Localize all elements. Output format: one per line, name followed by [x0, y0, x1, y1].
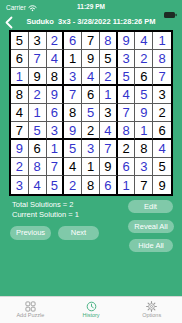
sudoku-cell-r5c6[interactable]: 3 [100, 104, 118, 122]
sudoku-cell-r1c9[interactable]: 1 [153, 32, 171, 50]
sudoku-cell-r2c7[interactable]: 3 [118, 50, 136, 68]
sudoku-cell-r5c1[interactable]: 4 [11, 104, 29, 122]
total-solutions-text: Total Solutions = 2 [12, 200, 74, 209]
sudoku-cell-r2c5[interactable]: 9 [82, 50, 100, 68]
status-time: 11:29 PM [0, 0, 182, 14]
sudoku-cell-r3c5[interactable]: 4 [82, 68, 100, 86]
sudoku-cell-r6c7[interactable]: 8 [118, 122, 136, 140]
edit-button[interactable]: Edit [128, 200, 173, 213]
previous-button[interactable]: Previous [10, 226, 51, 240]
tab-history-label: History [82, 313, 99, 319]
sudoku-cell-r2c9[interactable]: 8 [153, 50, 171, 68]
sudoku-cell-r9c1[interactable]: 3 [11, 176, 29, 194]
sudoku-cell-r6c2[interactable]: 5 [29, 122, 47, 140]
add-puzzle-icon [25, 301, 36, 312]
sudoku-cell-r7c6[interactable]: 7 [100, 140, 118, 158]
sudoku-cell-r2c6[interactable]: 5 [100, 50, 118, 68]
sudoku-cell-r4c6[interactable]: 1 [100, 86, 118, 104]
sudoku-cell-r8c9[interactable]: 5 [153, 158, 171, 176]
sudoku-cell-r8c4[interactable]: 4 [64, 158, 82, 176]
status-bar: Carrier 11:29 PM [0, 0, 182, 14]
sudoku-cell-r9c6[interactable]: 6 [100, 176, 118, 194]
sudoku-cell-r5c2[interactable]: 1 [29, 104, 47, 122]
sudoku-cell-r8c1[interactable]: 2 [11, 158, 29, 176]
sudoku-cell-r8c2[interactable]: 8 [29, 158, 47, 176]
sudoku-cell-r2c3[interactable]: 4 [47, 50, 65, 68]
history-clock-icon [86, 301, 97, 312]
sudoku-cell-r4c7[interactable]: 4 [118, 86, 136, 104]
sudoku-cell-r3c7[interactable]: 5 [118, 68, 136, 86]
sudoku-cell-r1c5[interactable]: 7 [82, 32, 100, 50]
app-screen: Carrier 11:29 PM [0, 0, 182, 323]
sudoku-cell-r4c3[interactable]: 9 [47, 86, 65, 104]
sudoku-cell-r5c8[interactable]: 9 [135, 104, 153, 122]
sudoku-cell-r3c1[interactable]: 1 [11, 68, 29, 86]
sudoku-cell-r5c5[interactable]: 5 [82, 104, 100, 122]
sudoku-cell-r5c7[interactable]: 7 [118, 104, 136, 122]
sudoku-cell-r3c8[interactable]: 6 [135, 68, 153, 86]
sudoku-cell-r9c7[interactable]: 1 [118, 176, 136, 194]
sudoku-cell-r8c8[interactable]: 3 [135, 158, 153, 176]
sudoku-cell-r6c1[interactable]: 7 [11, 122, 29, 140]
sudoku-cell-r9c4[interactable]: 2 [64, 176, 82, 194]
sudoku-cell-r3c9[interactable]: 7 [153, 68, 171, 86]
sudoku-cell-r3c6[interactable]: 2 [100, 68, 118, 86]
sudoku-cell-r7c3[interactable]: 1 [47, 140, 65, 158]
sudoku-cell-r7c7[interactable]: 2 [118, 140, 136, 158]
sudoku-cell-r6c9[interactable]: 6 [153, 122, 171, 140]
sudoku-cell-r2c4[interactable]: 1 [64, 50, 82, 68]
sudoku-cell-r4c8[interactable]: 5 [135, 86, 153, 104]
sudoku-cell-r5c4[interactable]: 8 [64, 104, 82, 122]
sudoku-cell-r2c1[interactable]: 6 [11, 50, 29, 68]
tab-bar: Add Puzzle History [0, 296, 182, 323]
sudoku-cell-r7c1[interactable]: 9 [11, 140, 29, 158]
page-title: Suduko 3x3 - 3/28/2022 11:28:26 PM [0, 14, 182, 30]
sudoku-cell-r8c6[interactable]: 9 [100, 158, 118, 176]
tab-add-puzzle[interactable]: Add Puzzle [0, 297, 61, 323]
sudoku-cell-r1c3[interactable]: 2 [47, 32, 65, 50]
sudoku-cell-r9c3[interactable]: 5 [47, 176, 65, 194]
sudoku-cell-r7c9[interactable]: 4 [153, 140, 171, 158]
reveal-all-button[interactable]: Reveal All [128, 220, 174, 233]
sudoku-cell-r1c2[interactable]: 3 [29, 32, 47, 50]
tab-options[interactable]: Options [121, 297, 182, 323]
sudoku-cell-r2c8[interactable]: 2 [135, 50, 153, 68]
sudoku-cell-r5c9[interactable]: 2 [153, 104, 171, 122]
sudoku-cell-r4c2[interactable]: 2 [29, 86, 47, 104]
sudoku-cell-r2c2[interactable]: 7 [29, 50, 47, 68]
sudoku-cell-r9c2[interactable]: 4 [29, 176, 47, 194]
back-button[interactable] [4, 16, 14, 29]
sudoku-cell-r4c5[interactable]: 6 [82, 86, 100, 104]
next-button[interactable]: Next [58, 226, 99, 240]
sudoku-cell-r6c5[interactable]: 2 [82, 122, 100, 140]
tab-options-label: Options [142, 313, 161, 319]
sudoku-cell-r3c3[interactable]: 8 [47, 68, 65, 86]
sudoku-cell-r8c7[interactable]: 6 [118, 158, 136, 176]
sudoku-cell-r9c8[interactable]: 7 [135, 176, 153, 194]
sudoku-cell-r7c4[interactable]: 5 [64, 140, 82, 158]
sudoku-cell-r4c4[interactable]: 7 [64, 86, 82, 104]
sudoku-cell-r3c2[interactable]: 9 [29, 68, 47, 86]
sudoku-cell-r7c8[interactable]: 8 [135, 140, 153, 158]
sudoku-cell-r7c2[interactable]: 6 [29, 140, 47, 158]
tab-add-puzzle-label: Add Puzzle [16, 313, 44, 319]
sudoku-board: 5326789416741953281983425678297614534168… [9, 30, 173, 196]
sudoku-cell-r1c8[interactable]: 4 [135, 32, 153, 50]
sudoku-cell-r1c6[interactable]: 8 [100, 32, 118, 50]
sudoku-cell-r6c4[interactable]: 9 [64, 122, 82, 140]
sudoku-cell-r3c4[interactable]: 3 [64, 68, 82, 86]
sudoku-cell-r6c8[interactable]: 1 [135, 122, 153, 140]
sudoku-cell-r9c5[interactable]: 8 [82, 176, 100, 194]
options-gear-icon [146, 301, 157, 312]
sudoku-cell-r1c1[interactable]: 5 [11, 32, 29, 50]
sudoku-cell-r7c5[interactable]: 3 [82, 140, 100, 158]
hide-all-button[interactable]: Hide All [129, 239, 173, 252]
sudoku-cell-r1c4[interactable]: 6 [64, 32, 82, 50]
sudoku-cell-r6c6[interactable]: 4 [100, 122, 118, 140]
nav-bar: Suduko 3x3 - 3/28/2022 11:28:26 PM [0, 14, 182, 30]
sudoku-cell-r4c9[interactable]: 3 [153, 86, 171, 104]
tab-history[interactable]: History [61, 297, 122, 323]
current-solution-text: Current Solution = 1 [12, 210, 79, 219]
sudoku-cell-r9c9[interactable]: 9 [153, 176, 171, 194]
sudoku-cell-r8c3[interactable]: 7 [47, 158, 65, 176]
sudoku-cell-r4c1[interactable]: 8 [11, 86, 29, 104]
sudoku-cell-r6c3[interactable]: 3 [47, 122, 65, 140]
sudoku-cell-r5c3[interactable]: 6 [47, 104, 65, 122]
sudoku-cell-r1c7[interactable]: 9 [118, 32, 136, 50]
sudoku-cell-r8c5[interactable]: 1 [82, 158, 100, 176]
